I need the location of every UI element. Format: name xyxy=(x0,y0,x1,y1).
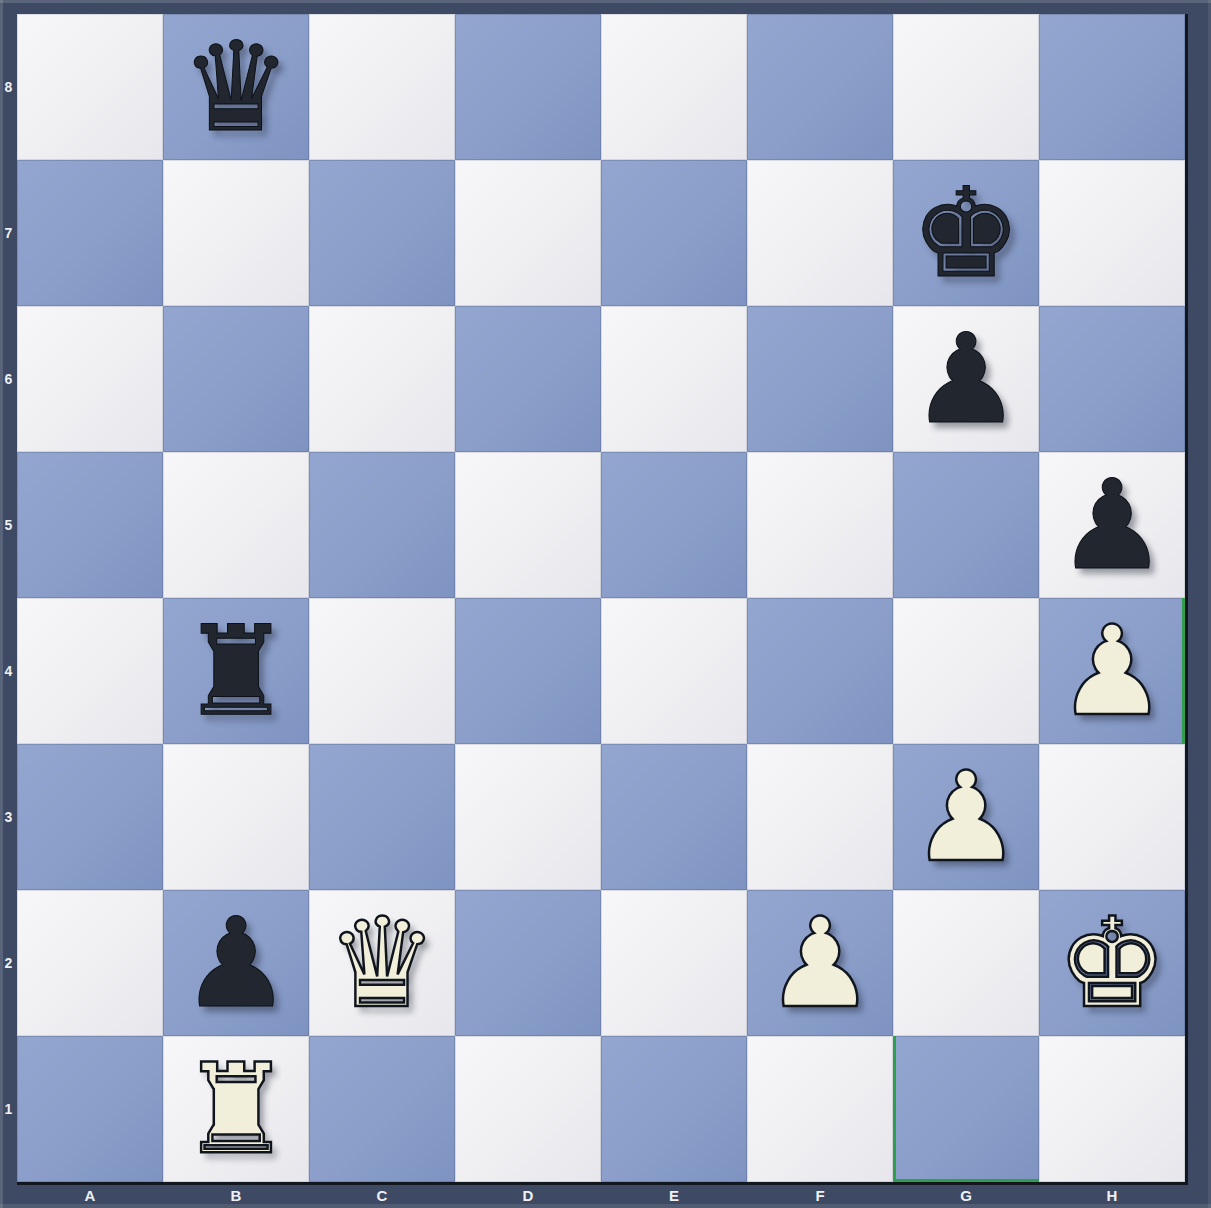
square-a8[interactable] xyxy=(17,14,163,160)
square-d5[interactable] xyxy=(455,452,601,598)
square-e4[interactable] xyxy=(601,598,747,744)
black-rook-b4[interactable]: ♜ xyxy=(163,598,309,744)
square-f8[interactable] xyxy=(747,14,893,160)
file-label-e: E xyxy=(601,1185,747,1206)
square-a2[interactable] xyxy=(17,890,163,1036)
square-a4[interactable] xyxy=(17,598,163,744)
square-g5[interactable] xyxy=(893,452,1039,598)
square-g4[interactable] xyxy=(893,598,1039,744)
square-c2[interactable]: ♛ xyxy=(309,890,455,1036)
square-e8[interactable] xyxy=(601,14,747,160)
rank-label-6: 6 xyxy=(0,306,17,452)
square-e6[interactable] xyxy=(601,306,747,452)
file-label-f: F xyxy=(747,1185,893,1206)
white-rook-b1[interactable]: ♜ xyxy=(163,1036,309,1182)
square-g6[interactable]: ♟ xyxy=(893,306,1039,452)
square-c6[interactable] xyxy=(309,306,455,452)
file-label-d: D xyxy=(455,1185,601,1206)
chess-board-frame: ♛♚♟♟♜♟♟♟♛♟♚♜ 87654321 ABCDEFGH xyxy=(0,0,1211,1208)
square-e7[interactable] xyxy=(601,160,747,306)
square-c5[interactable] xyxy=(309,452,455,598)
file-label-b: B xyxy=(163,1185,309,1206)
square-b3[interactable] xyxy=(163,744,309,890)
square-d2[interactable] xyxy=(455,890,601,1036)
file-label-c: C xyxy=(309,1185,455,1206)
rank-label-5: 5 xyxy=(0,452,17,598)
highlight-left-g1 xyxy=(893,1036,896,1182)
square-h8[interactable] xyxy=(1039,14,1185,160)
square-g7[interactable]: ♚ xyxy=(893,160,1039,306)
file-label-a: A xyxy=(17,1185,163,1206)
board-wrap: ♛♚♟♟♜♟♟♟♛♟♚♜ xyxy=(17,14,1188,1185)
chess-board: ♛♚♟♟♜♟♟♟♛♟♚♜ xyxy=(17,14,1185,1182)
square-f5[interactable] xyxy=(747,452,893,598)
square-c3[interactable] xyxy=(309,744,455,890)
square-c7[interactable] xyxy=(309,160,455,306)
square-g3[interactable]: ♟ xyxy=(893,744,1039,890)
square-h3[interactable] xyxy=(1039,744,1185,890)
rank-label-3: 3 xyxy=(0,744,17,890)
square-h4[interactable]: ♟ xyxy=(1039,598,1185,744)
square-h5[interactable]: ♟ xyxy=(1039,452,1185,598)
white-pawn-g3[interactable]: ♟ xyxy=(893,744,1039,890)
highlight-bottom-g1 xyxy=(893,1179,1039,1182)
square-e1[interactable] xyxy=(601,1036,747,1182)
square-b4[interactable]: ♜ xyxy=(163,598,309,744)
square-f4[interactable] xyxy=(747,598,893,744)
square-b8[interactable]: ♛ xyxy=(163,14,309,160)
square-b6[interactable] xyxy=(163,306,309,452)
black-pawn-h5[interactable]: ♟ xyxy=(1039,452,1185,598)
square-b7[interactable] xyxy=(163,160,309,306)
square-a3[interactable] xyxy=(17,744,163,890)
square-e3[interactable] xyxy=(601,744,747,890)
square-d8[interactable] xyxy=(455,14,601,160)
square-h1[interactable] xyxy=(1039,1036,1185,1182)
rank-label-8: 8 xyxy=(0,14,17,160)
square-c1[interactable] xyxy=(309,1036,455,1182)
rank-label-2: 2 xyxy=(0,890,17,1036)
square-a6[interactable] xyxy=(17,306,163,452)
black-pawn-g6[interactable]: ♟ xyxy=(893,306,1039,452)
highlight-right-h4 xyxy=(1182,598,1185,744)
square-g2[interactable] xyxy=(893,890,1039,1036)
square-a7[interactable] xyxy=(17,160,163,306)
square-b1[interactable]: ♜ xyxy=(163,1036,309,1182)
square-d7[interactable] xyxy=(455,160,601,306)
white-queen-c2[interactable]: ♛ xyxy=(309,890,455,1036)
file-label-h: H xyxy=(1039,1185,1185,1206)
square-h7[interactable] xyxy=(1039,160,1185,306)
square-c8[interactable] xyxy=(309,14,455,160)
black-queen-b8[interactable]: ♛ xyxy=(163,14,309,160)
white-king-h2[interactable]: ♚ xyxy=(1039,890,1185,1036)
square-b2[interactable]: ♟ xyxy=(163,890,309,1036)
white-pawn-h4[interactable]: ♟ xyxy=(1039,598,1185,744)
square-f3[interactable] xyxy=(747,744,893,890)
square-e2[interactable] xyxy=(601,890,747,1036)
white-pawn-f2[interactable]: ♟ xyxy=(747,890,893,1036)
square-g8[interactable] xyxy=(893,14,1039,160)
rank-label-1: 1 xyxy=(0,1036,17,1182)
black-pawn-b2[interactable]: ♟ xyxy=(163,890,309,1036)
square-d1[interactable] xyxy=(455,1036,601,1182)
square-f1[interactable] xyxy=(747,1036,893,1182)
square-c4[interactable] xyxy=(309,598,455,744)
square-f7[interactable] xyxy=(747,160,893,306)
square-h6[interactable] xyxy=(1039,306,1185,452)
rank-label-4: 4 xyxy=(0,598,17,744)
square-h2[interactable]: ♚ xyxy=(1039,890,1185,1036)
square-d6[interactable] xyxy=(455,306,601,452)
square-f6[interactable] xyxy=(747,306,893,452)
square-b5[interactable] xyxy=(163,452,309,598)
square-f2[interactable]: ♟ xyxy=(747,890,893,1036)
file-label-g: G xyxy=(893,1185,1039,1206)
square-g1[interactable] xyxy=(893,1036,1039,1182)
rank-label-7: 7 xyxy=(0,160,17,306)
square-a1[interactable] xyxy=(17,1036,163,1182)
black-king-g7[interactable]: ♚ xyxy=(893,160,1039,306)
square-d4[interactable] xyxy=(455,598,601,744)
square-a5[interactable] xyxy=(17,452,163,598)
square-d3[interactable] xyxy=(455,744,601,890)
square-e5[interactable] xyxy=(601,452,747,598)
